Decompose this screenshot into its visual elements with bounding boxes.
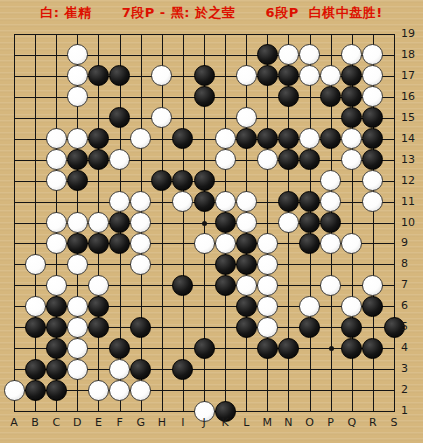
black-stone [88, 296, 109, 317]
black-stone [257, 65, 278, 86]
white-stone [130, 254, 151, 275]
white-stone [67, 44, 88, 65]
white-stone [130, 380, 151, 401]
black-stone [194, 65, 215, 86]
black-stone [172, 275, 193, 296]
column-label: E [90, 416, 106, 429]
white-stone [299, 128, 320, 149]
black-stone [257, 338, 278, 359]
column-label: H [154, 416, 170, 429]
row-label: 17 [401, 69, 421, 82]
white-stone [278, 212, 299, 233]
white-stone [4, 380, 25, 401]
white-stone [88, 380, 109, 401]
column-label: Q [344, 416, 360, 429]
star-point [329, 346, 334, 351]
row-label: 19 [401, 27, 421, 40]
column-label: N [280, 416, 296, 429]
white-stone [46, 170, 67, 191]
black-stone [67, 170, 88, 191]
white-stone [362, 170, 383, 191]
black-stone [88, 128, 109, 149]
white-stone [88, 275, 109, 296]
black-stone [299, 233, 320, 254]
black-stone [299, 212, 320, 233]
white-stone [236, 107, 257, 128]
column-label: S [386, 416, 402, 429]
black-stone [278, 338, 299, 359]
white-stone [215, 149, 236, 170]
white-stone [362, 191, 383, 212]
white-stone [341, 44, 362, 65]
white-stone [130, 191, 151, 212]
column-label: R [365, 416, 381, 429]
white-stone [67, 359, 88, 380]
row-label: 11 [401, 195, 421, 208]
white-stone [46, 128, 67, 149]
black-stone [215, 254, 236, 275]
white-stone [109, 149, 130, 170]
black-stone [109, 338, 130, 359]
white-stone [236, 65, 257, 86]
black-stone [194, 170, 215, 191]
row-label: 6 [401, 299, 421, 312]
black-stone [194, 338, 215, 359]
white-stone [67, 212, 88, 233]
game-result-header: 白: 崔精 7段P - 黑: 於之莹 6段P 白棋中盘胜! [0, 4, 423, 22]
black-stone [341, 65, 362, 86]
black-stone [320, 86, 341, 107]
row-label: 13 [401, 153, 421, 166]
white-stone [25, 254, 46, 275]
white-stone [299, 44, 320, 65]
black-stone [151, 170, 172, 191]
white-stone [46, 149, 67, 170]
black-stone [109, 65, 130, 86]
white-stone [320, 170, 341, 191]
black-stone [299, 191, 320, 212]
row-label: 7 [401, 278, 421, 291]
white-stone [109, 359, 130, 380]
black-stone [194, 191, 215, 212]
white-stone [215, 191, 236, 212]
black-stone [172, 359, 193, 380]
black-stone [236, 128, 257, 149]
black-stone [46, 359, 67, 380]
column-label: I [175, 416, 191, 429]
column-label: F [112, 416, 128, 429]
white-stone [67, 296, 88, 317]
white-stone [362, 65, 383, 86]
white-stone [341, 128, 362, 149]
white-stone [278, 44, 299, 65]
white-stone [46, 275, 67, 296]
column-label: D [69, 416, 85, 429]
white-stone [299, 296, 320, 317]
black-stone [362, 149, 383, 170]
white-stone [320, 233, 341, 254]
row-label: 5 [401, 320, 421, 333]
white-stone [130, 128, 151, 149]
row-label: 3 [401, 362, 421, 375]
white-stone [341, 233, 362, 254]
row-label: 2 [401, 383, 421, 396]
column-label: P [323, 416, 339, 429]
black-stone [278, 65, 299, 86]
black-stone [278, 149, 299, 170]
white-stone [257, 275, 278, 296]
black-stone [46, 338, 67, 359]
black-stone [25, 359, 46, 380]
black-stone [215, 275, 236, 296]
black-stone [67, 233, 88, 254]
black-stone [236, 254, 257, 275]
black-stone [109, 107, 130, 128]
column-label: G [133, 416, 149, 429]
black-stone [278, 128, 299, 149]
black-stone [109, 212, 130, 233]
black-stone [299, 317, 320, 338]
column-label: L [238, 416, 254, 429]
white-stone [236, 212, 257, 233]
black-stone [215, 212, 236, 233]
white-stone [130, 233, 151, 254]
black-stone [320, 212, 341, 233]
row-label: 1 [401, 404, 421, 417]
white-stone [67, 317, 88, 338]
row-label: 14 [401, 132, 421, 145]
white-stone [67, 128, 88, 149]
column-label: C [48, 416, 64, 429]
grid-hline [14, 390, 395, 391]
black-stone [88, 233, 109, 254]
white-stone [236, 191, 257, 212]
row-label: 4 [401, 341, 421, 354]
white-stone [130, 212, 151, 233]
column-label: M [259, 416, 275, 429]
black-stone [341, 86, 362, 107]
black-stone [299, 149, 320, 170]
white-stone [109, 380, 130, 401]
white-stone [257, 317, 278, 338]
white-stone [362, 275, 383, 296]
black-stone [46, 380, 67, 401]
white-stone [362, 86, 383, 107]
white-stone [215, 233, 236, 254]
row-label: 16 [401, 90, 421, 103]
black-stone [362, 296, 383, 317]
column-label: K [217, 416, 233, 429]
black-stone [46, 296, 67, 317]
black-stone [130, 317, 151, 338]
white-stone [25, 296, 46, 317]
black-stone [278, 86, 299, 107]
white-stone [236, 275, 257, 296]
row-label: 18 [401, 48, 421, 61]
black-stone [362, 107, 383, 128]
black-stone [172, 128, 193, 149]
white-stone [172, 191, 193, 212]
black-stone [46, 317, 67, 338]
black-stone [257, 44, 278, 65]
white-stone [88, 212, 109, 233]
black-stone [172, 170, 193, 191]
black-stone [25, 317, 46, 338]
white-stone [67, 338, 88, 359]
column-label: J [196, 416, 212, 429]
row-label: 10 [401, 216, 421, 229]
row-label: 12 [401, 174, 421, 187]
black-stone [88, 317, 109, 338]
white-stone [67, 254, 88, 275]
column-label: O [302, 416, 318, 429]
black-stone [88, 65, 109, 86]
black-stone [88, 149, 109, 170]
row-label: 9 [401, 236, 421, 249]
black-stone [236, 317, 257, 338]
white-stone [257, 149, 278, 170]
black-stone [25, 380, 46, 401]
white-stone [194, 233, 215, 254]
black-stone [67, 149, 88, 170]
black-stone [341, 107, 362, 128]
white-stone [341, 149, 362, 170]
black-stone [278, 191, 299, 212]
row-label: 15 [401, 111, 421, 124]
white-stone [46, 233, 67, 254]
column-label: A [6, 416, 22, 429]
black-stone [109, 233, 130, 254]
white-stone [257, 296, 278, 317]
white-stone [151, 107, 172, 128]
white-stone [341, 296, 362, 317]
white-stone [67, 86, 88, 107]
black-stone [236, 296, 257, 317]
white-stone [67, 65, 88, 86]
black-stone [236, 233, 257, 254]
star-point [202, 221, 207, 226]
row-label: 8 [401, 257, 421, 270]
black-stone [194, 86, 215, 107]
white-stone [46, 212, 67, 233]
white-stone [215, 128, 236, 149]
black-stone [320, 128, 341, 149]
black-stone [341, 338, 362, 359]
black-stone [341, 317, 362, 338]
white-stone [257, 254, 278, 275]
grid-vline [394, 34, 395, 412]
white-stone [257, 233, 278, 254]
white-stone [362, 44, 383, 65]
white-stone [320, 275, 341, 296]
white-stone [320, 65, 341, 86]
black-stone [362, 338, 383, 359]
white-stone [320, 191, 341, 212]
go-board-window: 白: 崔精 7段P - 黑: 於之莹 6段P 白棋中盘胜! ABCDEFGHIJ… [0, 0, 423, 443]
white-stone [109, 191, 130, 212]
white-stone [151, 65, 172, 86]
black-stone [257, 128, 278, 149]
black-stone [130, 359, 151, 380]
black-stone [362, 128, 383, 149]
white-stone [299, 65, 320, 86]
column-label: B [27, 416, 43, 429]
